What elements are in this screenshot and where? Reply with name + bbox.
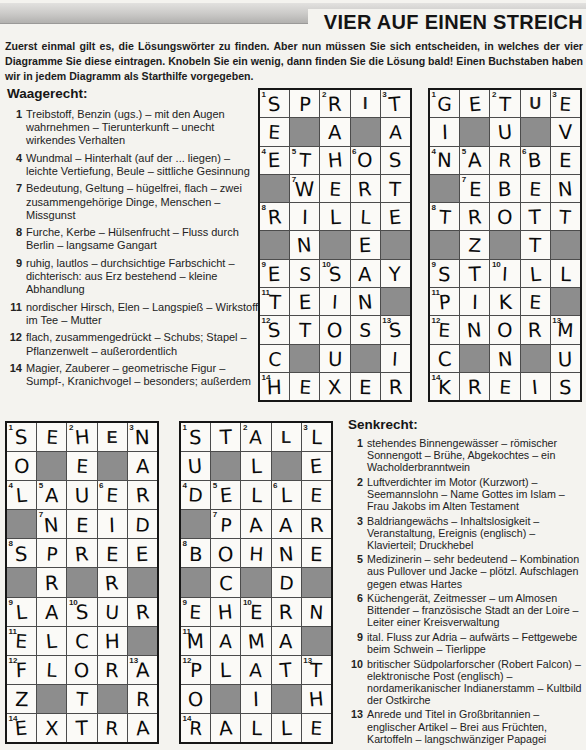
grid-cell[interactable]: 8B [181,539,210,567]
grid-cell[interactable]: A [211,627,240,655]
grid-cell[interactable]: 5T [290,147,319,174]
handwritten-letter: I [109,515,116,535]
grid-cell[interactable]: T [290,316,319,343]
handwritten-letter: E [309,457,323,478]
grid-cell[interactable]: 10I [490,260,519,287]
cell-number: 2 [243,423,247,432]
grid-cell[interactable]: L [241,714,270,742]
grid-cell[interactable]: D [128,510,157,538]
blocked-cell [211,685,240,713]
grid-cell[interactable]: 8R [260,203,289,230]
handwritten-letter: N [437,151,452,171]
grid-cell[interactable]: R [381,373,410,400]
handwritten-letter: P [299,95,311,115]
handwritten-letter: E [15,632,28,651]
handwritten-letter: I [253,690,260,710]
handwritten-letter: A [358,265,372,285]
grid-cell[interactable]: O [320,316,349,343]
grid-cell[interactable]: A [351,260,380,287]
handwritten-letter: O [327,321,343,341]
handwritten-letter: L [560,265,571,285]
handwritten-letter: T [299,321,311,341]
handwritten-letter: A [219,632,233,651]
grid-cell[interactable]: 7W [290,175,319,202]
grid-cell[interactable]: I [351,90,380,117]
handwritten-letter: T [389,180,401,200]
grid-cell[interactable]: I [290,203,319,230]
grid-cell[interactable]: 9E [181,598,210,626]
grid-cell[interactable]: H [211,598,240,626]
blocked-cell [351,118,380,145]
grid-cell[interactable]: T [460,260,489,287]
grid-cell[interactable]: C [211,568,240,596]
grid-cell[interactable]: I [381,345,410,372]
grid-cell[interactable]: N [290,231,319,258]
handwritten-letter: U [328,349,343,369]
handwritten-letter: R [468,377,483,397]
grid-cell[interactable]: H [320,147,349,174]
grid-cell[interactable]: 2H [67,423,96,451]
grid-cell[interactable]: I [98,510,127,538]
grid-cell[interactable]: N [490,345,519,372]
handwritten-letter: E [329,180,342,199]
grid-cell[interactable]: I [320,288,349,315]
grid-cell[interactable]: 2T [490,90,519,117]
grid-cell[interactable]: 4N [430,147,459,174]
grid-cell[interactable]: A [272,627,301,655]
handwritten-letter: A [135,719,150,740]
grid-cell[interactable]: E [260,118,289,145]
grid-cell[interactable]: P [290,90,319,117]
down-clue-list: 1stehendes Binnengewässer – römischer So… [348,437,586,747]
grid-cell[interactable]: N [302,598,331,626]
grid-cell[interactable]: 6E [98,481,127,509]
handwritten-letter: I [472,293,478,313]
grid-cell[interactable]: 3L [302,423,331,451]
puzzle-page: VIER AUF EINEN STREICH Zuerst einmal gil… [0,0,586,750]
grid-cell[interactable]: R [37,568,66,596]
grid-cell[interactable]: U [521,90,550,117]
grid-cell[interactable]: H [241,539,270,567]
grid-cell[interactable]: 1S [7,423,36,451]
grid-cell[interactable]: I [241,685,270,713]
grid-cell[interactable]: E [351,373,380,400]
grid-cell[interactable]: A [211,714,240,742]
grid-cell[interactable]: 12P [181,656,210,684]
grid-cell[interactable]: R [98,714,127,742]
grid-cell[interactable]: 8T [430,203,459,230]
grid-cell[interactable]: U [490,118,519,145]
grid-cell[interactable]: R [460,373,489,400]
grid-cell[interactable]: 2R [320,90,349,117]
grid-cell[interactable]: U [98,598,127,626]
blocked-cell [272,685,301,713]
handwritten-letter: H [327,151,343,172]
handwritten-letter: U [105,603,120,622]
grid-cell[interactable]: C [67,627,96,655]
grid-cell[interactable]: T [381,175,410,202]
handwritten-letter: A [136,457,150,477]
grid-cell[interactable]: 1S [181,423,210,451]
grid-cell[interactable]: 13A [128,656,157,684]
handwritten-letter: N [309,603,324,622]
grid-cell[interactable]: A [128,452,157,480]
cell-number: 7 [213,510,217,519]
blocked-cell [381,231,410,258]
grid-cell[interactable]: 13T [302,656,331,684]
grid-cell[interactable]: Z [7,685,36,713]
grid-cell[interactable]: E [302,714,331,742]
handwritten-letter: P [190,661,202,681]
grid-cell[interactable]: 2A [241,423,270,451]
grid-cell[interactable]: O [181,685,210,713]
grid-cell[interactable]: 6L [272,481,301,509]
grid-cell[interactable]: E [37,423,66,451]
handwritten-letter: N [135,428,151,448]
handwritten-letter: I [302,208,308,228]
grid-cell[interactable]: 11P [430,288,459,315]
handwritten-letter: S [75,602,88,622]
grid-cell[interactable]: E [302,452,331,480]
grid-cell[interactable]: T [67,714,96,742]
grid-cell[interactable]: 11E [7,627,36,655]
grid-cell[interactable]: S [381,147,410,174]
handwritten-letter: I [332,293,339,312]
blocked-cell [460,118,489,145]
grid-cell[interactable]: U [67,481,96,509]
cell-number: 4 [9,481,13,490]
grid-cell[interactable]: 7N [37,510,66,538]
handwritten-letter: R [105,661,119,681]
grid-cell[interactable]: T [67,685,96,713]
clue-text: Luftverdichter im Motor (Kurzwort) – See… [367,476,586,512]
grid-cell[interactable]: E [460,90,489,117]
grid-cell[interactable]: A [241,656,270,684]
handwritten-letter: O [187,690,204,711]
grid-cell[interactable]: 10S [320,260,349,287]
grid-cell[interactable]: B [490,175,519,202]
blocked-cell [290,118,319,145]
handwritten-letter: E [76,515,89,535]
grid-cell[interactable]: R [302,510,331,538]
blocked-cell [430,175,459,202]
grid-cell[interactable]: 7E [460,175,489,202]
handwritten-letter: E [310,719,323,738]
grid-cell[interactable]: E [98,539,127,567]
handwritten-letter: A [279,632,293,652]
handwritten-letter: L [250,457,262,477]
handwritten-letter: E [559,95,572,114]
handwritten-letter: R [358,179,373,200]
grid-cell[interactable]: N [551,175,580,202]
handwritten-letter: T [438,208,450,227]
handwritten-letter: D [135,516,150,535]
handwritten-letter: N [44,515,60,536]
handwritten-letter: R [135,486,150,507]
grid-cell[interactable]: L [241,481,270,509]
grid-cell[interactable]: 14R [181,714,210,742]
grid-cell[interactable]: U [181,452,210,480]
grid-cell[interactable]: V [551,118,580,145]
grid-cell[interactable]: E [98,423,127,451]
grid-cell[interactable]: E [290,373,319,400]
cell-number: 8 [262,203,266,212]
grid-cell[interactable]: A [320,118,349,145]
grid-cell[interactable]: K [490,288,519,315]
grid-cell[interactable]: 9L [7,598,36,626]
clue-text: britischer Südpolarforscher (Robert Falc… [367,658,586,706]
grid-cell[interactable]: H [302,685,331,713]
blocked-cell [551,231,580,258]
blocked-cell [490,231,519,258]
grid-cell[interactable]: R [490,147,519,174]
grid-cell[interactable]: L [241,452,270,480]
cell-number: 2 [69,423,73,432]
grid-cell[interactable]: 10E [241,598,270,626]
handwritten-letter: X [45,719,59,739]
grid-cell[interactable]: 3N [128,423,157,451]
grid-cell[interactable]: P [37,539,66,567]
page-title: VIER AUF EINEN STREICH [324,11,583,33]
grid-cell[interactable]: 5E [211,481,240,509]
grid-cell[interactable]: 14H [260,373,289,400]
grid-cell[interactable]: 12E [430,316,459,343]
grid-cell[interactable]: 8S [7,539,36,567]
clue-number: 1 [348,437,367,473]
clue-number: 11 [7,301,26,327]
grid-cell[interactable]: L [521,260,550,287]
handwritten-letter: L [220,661,232,681]
handwritten-letter: R [309,515,324,535]
handwritten-letter: T [268,293,280,313]
handwritten-letter: A [248,515,263,536]
cell-number: 6 [522,147,526,156]
grid-cell[interactable]: L [320,203,349,230]
handwritten-letter: R [189,719,203,738]
blocked-cell [290,345,319,372]
handwritten-letter: R [267,208,282,229]
grid-cell[interactable]: 6O [351,147,380,174]
grid-cell[interactable]: R [67,539,96,567]
grid-cell[interactable]: R [128,598,157,626]
grid-cell[interactable]: N [460,316,489,343]
grid-cell[interactable]: 12F [7,656,36,684]
grid-cell[interactable]: E [302,481,331,509]
grid-cell[interactable]: R [351,175,380,202]
handwritten-letter: L [15,486,28,506]
grid-cell[interactable]: L [272,423,301,451]
grid-cell[interactable]: A [272,510,301,538]
grid-cell[interactable]: 10S [67,598,96,626]
handwritten-letter: R [135,602,150,623]
handwritten-letter: S [268,321,282,342]
grid-cell[interactable]: S [351,316,380,343]
handwritten-letter: A [135,661,149,681]
grid-cell[interactable]: 13M [551,316,580,343]
grid-cell[interactable]: X [320,373,349,400]
handwritten-letter: I [441,123,448,143]
grid-cell[interactable]: D [272,568,301,596]
grid-cell[interactable]: U [551,345,580,372]
handwritten-letter: U [74,486,89,506]
blocked-cell [67,568,96,596]
handwritten-letter: A [249,428,263,447]
handwritten-letter: L [280,719,292,739]
grid-cell[interactable]: E [490,373,519,400]
grid-cell[interactable]: 4L [7,481,36,509]
grid-cell[interactable]: 14K [430,373,459,400]
grid-cell[interactable]: E [302,539,331,567]
grid-cell[interactable]: S [290,260,319,287]
grid-cell[interactable]: 13S [381,316,410,343]
grid-cell[interactable]: 9E [260,260,289,287]
grid-cell[interactable]: S [551,373,580,400]
grid-cell[interactable]: 11T [260,288,289,315]
grid-cell[interactable]: R [272,598,301,626]
grid-cell[interactable]: 9S [430,260,459,287]
grid-cell[interactable]: E [128,539,157,567]
grid-cell[interactable]: U [320,345,349,372]
grid-cell[interactable]: R [98,568,127,596]
grid-cell[interactable]: H [98,627,127,655]
grid-cell[interactable]: C [430,345,459,372]
grid-cell[interactable]: C [260,345,289,372]
grid-cell[interactable]: T [272,656,301,684]
cell-number: 4 [262,147,266,156]
clue-text: Küchengerät, Zeitmesser – um Almosen Bit… [367,592,586,628]
grid-cell[interactable]: E [351,231,380,258]
clue-item: 3Baldriangewächs – Inhaltslosigkeit – Ve… [348,515,586,551]
blocked-cell [181,510,210,538]
grid-cell[interactable]: R [521,316,550,343]
clue-item: 10britischer Südpolarforscher (Robert Fa… [348,658,586,706]
grid-cell[interactable]: R [98,656,127,684]
grid-cell[interactable]: E [67,452,96,480]
cell-number: 3 [382,90,386,99]
handwritten-letter: A [279,515,293,535]
handwritten-letter: K [498,293,512,313]
grid-cell[interactable]: Z [460,231,489,258]
grid-cell[interactable]: L [351,203,380,230]
grid-cell[interactable]: R [460,203,489,230]
grid-cell[interactable]: X [37,714,66,742]
grid-cell[interactable]: A [381,118,410,145]
grid-cell[interactable]: R [128,481,157,509]
grid-cell[interactable]: O [490,203,519,230]
grid-cell[interactable]: 7P [211,510,240,538]
clue-number: 7 [7,182,26,221]
grid-cell[interactable]: L [272,714,301,742]
grid-cell[interactable]: L [211,656,240,684]
grid-cell[interactable]: O [211,539,240,567]
grid-cell[interactable]: 11M [181,627,210,655]
grid-cell[interactable]: L [551,260,580,287]
grid-cell[interactable]: E [521,288,550,315]
handwritten-letter: R [498,152,512,171]
grid-cell[interactable]: I [521,373,550,400]
grid-cell[interactable]: 4E [260,147,289,174]
grid-cell[interactable]: T [521,203,550,230]
handwritten-letter: R [388,377,403,397]
handwritten-letter: N [297,236,313,257]
grid-cell[interactable]: N [351,288,380,315]
grid-cell[interactable]: T [521,231,550,258]
grid-cell[interactable]: E [381,203,410,230]
intro-text: Zuerst einmal gilt es, die Lösungswörter… [5,39,583,84]
handwritten-letter: C [219,574,233,594]
handwritten-letter: L [250,719,261,739]
grid-cell[interactable]: T [551,203,580,230]
blocked-cell [272,452,301,480]
handwritten-letter: O [497,321,513,341]
grid-cell[interactable]: 1G [430,90,459,117]
grid-cell[interactable]: E [67,510,96,538]
grid-cell[interactable]: I [460,288,489,315]
handwritten-letter: B [498,179,512,199]
grid-cell[interactable]: A [128,714,157,742]
grid-cell[interactable]: R [128,685,157,713]
handwritten-letter: I [392,350,399,369]
grid-cell[interactable]: O [67,656,96,684]
cell-number: 5 [213,481,217,490]
grid-cell[interactable]: 4D [181,481,210,509]
grid-cell[interactable]: A [241,510,270,538]
grid-cell[interactable]: L [37,656,66,684]
handwritten-letter: D [188,487,203,506]
grid-cell[interactable]: 1S [260,90,289,117]
grid-cell[interactable]: 5A [37,481,66,509]
blocked-cell [37,452,66,480]
grid-cell[interactable]: I [430,118,459,145]
grid-cell[interactable]: 3T [381,90,410,117]
handwritten-letter: T [499,95,511,115]
handwritten-letter: A [45,603,59,623]
clue-number: 9 [7,257,26,296]
handwritten-letter: T [529,236,541,256]
handwritten-letter: E [298,378,311,397]
grid-cell[interactable]: 5A [460,147,489,174]
cell-number: 5 [462,147,466,156]
handwritten-letter: O [14,457,30,477]
grid-cell[interactable]: O [490,316,519,343]
grid-cell[interactable]: E [551,147,580,174]
clue-item: 9ital. Fluss zur Adria – aufwärts – Fett… [348,631,586,655]
grid-cell[interactable]: 3E [551,90,580,117]
grid-cell[interactable]: Y [381,260,410,287]
handwritten-letter: T [310,661,322,681]
title-box: VIER AUF EINEN STREICH [308,9,586,37]
grid-cell[interactable]: 12S [260,316,289,343]
handwritten-letter: O [497,208,513,228]
grid-cell[interactable]: E [521,175,550,202]
grid-cell[interactable]: N [272,539,301,567]
grid-cell[interactable]: M [241,627,270,655]
grid-cell[interactable]: O [7,452,36,480]
grid-cell[interactable]: E [290,288,319,315]
grid-cell[interactable]: 6B [521,147,550,174]
cell-number: 7 [462,175,466,184]
grid-cell[interactable]: 14E [7,714,36,742]
handwritten-letter: Y [389,264,402,284]
cell-number: 3 [303,423,307,432]
clue-number: 1 [7,108,26,147]
grid-cell[interactable]: L [37,627,66,655]
handwritten-letter: E [15,719,29,740]
grid-cell[interactable]: E [320,175,349,202]
handwritten-letter: A [45,486,59,506]
grid-cell[interactable]: A [37,598,66,626]
grid-cell[interactable]: T [211,423,240,451]
